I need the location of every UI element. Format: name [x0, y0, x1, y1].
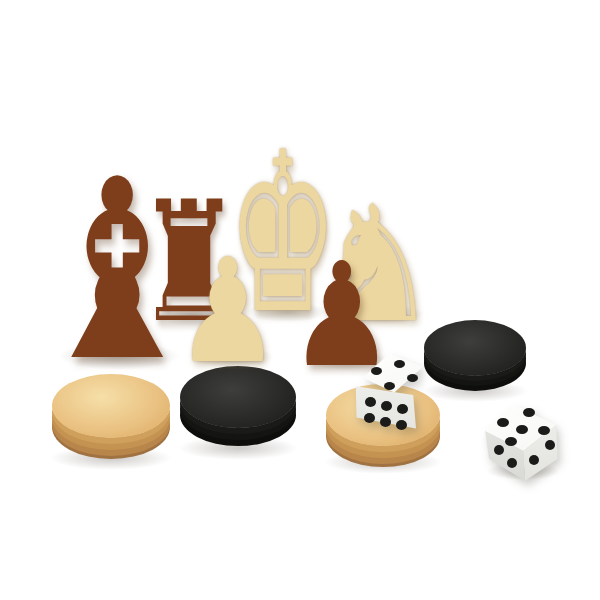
die-pip [505, 437, 517, 446]
die-on-checker [353, 352, 423, 430]
die-pip [394, 360, 405, 368]
die-pip [407, 374, 418, 382]
light-checker-right-shadow [324, 450, 442, 474]
product-photo-canvas: ♜ ♚ ♞ ♝ ♟ ♟ [0, 0, 600, 600]
die-pip [497, 418, 509, 427]
die-pip [365, 397, 376, 407]
die-pip [396, 420, 407, 430]
die-pip [516, 425, 528, 434]
die-pip [507, 458, 517, 468]
die-pip [538, 426, 550, 435]
black-checker-center-shadow [178, 436, 298, 460]
dark-pawn-piece: ♟ [303, 232, 381, 366]
black-checker-upper-right [424, 320, 526, 376]
light-pawn-piece: ♟ [188, 228, 268, 362]
light-checker-left-shadow [50, 446, 172, 470]
die-pip [523, 408, 535, 417]
die-pip [384, 382, 395, 390]
light-pawn-glyph: ♟ [175, 239, 281, 383]
die-pip [381, 401, 392, 411]
die-pip [545, 440, 555, 450]
die-pip [529, 455, 539, 465]
die-pip [494, 445, 504, 455]
die-bottom-right [482, 395, 560, 481]
dark-bishop-piece: ♝ [56, 146, 178, 362]
die-pip [371, 367, 382, 375]
die-pip [380, 417, 391, 427]
die-pip [364, 413, 375, 423]
die-pip [397, 404, 408, 414]
